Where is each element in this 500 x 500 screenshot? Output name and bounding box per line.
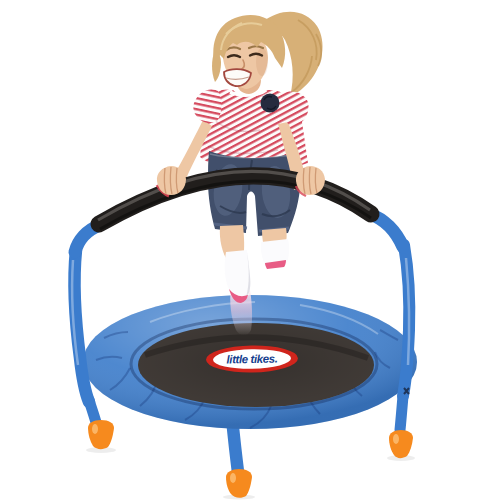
- foot-highlight-left: [92, 424, 98, 434]
- face-shading: [256, 48, 268, 76]
- foot-highlight-right: [393, 434, 399, 444]
- product-photo: little tikes.: [0, 0, 500, 500]
- logo-text: little tikes.: [226, 353, 277, 366]
- photo-canvas: little tikes.: [0, 0, 500, 500]
- foot-highlight-front: [230, 473, 236, 483]
